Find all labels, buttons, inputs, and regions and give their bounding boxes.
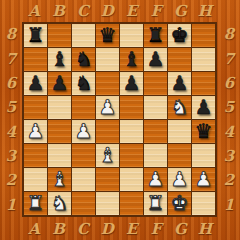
square-f6[interactable] [144,72,167,95]
file-label-bottom-c: C [71,217,95,240]
black-bishop[interactable]: ♝ [48,48,71,71]
rank-label-left-8: 8 [0,22,22,46]
square-g6[interactable]: ♟ [168,72,191,95]
square-b6[interactable]: ♟ [48,72,71,95]
square-e7[interactable]: ♝ [120,48,143,71]
square-e2[interactable] [120,168,143,191]
file-label-bottom-b: B [46,217,70,240]
square-c3[interactable] [72,144,95,167]
square-g5[interactable]: ♞ [168,96,191,119]
black-rook[interactable]: ♜ [144,24,167,47]
file-label-top-c: C [71,0,95,22]
square-g8[interactable]: ♚ [168,24,191,47]
square-d3[interactable]: ♝ [96,144,119,167]
square-f4[interactable] [144,120,167,143]
square-c1[interactable] [72,192,95,215]
file-label-top-b: B [46,0,70,22]
rank-labels-left: 87654321 [0,22,22,217]
file-label-bottom-e: E [120,217,144,240]
square-e8[interactable] [120,24,143,47]
square-b5[interactable] [48,96,71,119]
square-c8[interactable] [72,24,95,47]
square-h7[interactable] [192,48,215,71]
black-queen[interactable]: ♛ [192,120,215,143]
square-d1[interactable] [96,192,119,215]
square-h6[interactable] [192,72,215,95]
square-e5[interactable] [120,96,143,119]
square-h1[interactable] [192,192,215,215]
black-knight[interactable]: ♞ [72,72,95,95]
white-pawn[interactable]: ♟ [192,168,215,191]
square-b4[interactable] [48,120,71,143]
square-c2[interactable] [72,168,95,191]
black-queen[interactable]: ♛ [96,24,119,47]
square-a7[interactable] [24,48,47,71]
black-pawn[interactable]: ♟ [120,72,143,95]
file-label-bottom-a: A [22,217,46,240]
white-pawn[interactable]: ♟ [168,168,191,191]
black-pawn[interactable]: ♟ [24,72,47,95]
rank-label-right-6: 6 [218,71,240,95]
black-bishop[interactable]: ♝ [120,48,143,71]
file-label-bottom-h: H [193,217,217,240]
square-h5[interactable]: ♟ [192,96,215,119]
square-b8[interactable] [48,24,71,47]
rank-label-left-5: 5 [0,95,22,119]
rank-label-left-3: 3 [0,144,22,168]
square-h2[interactable]: ♟ [192,168,215,191]
rank-label-left-4: 4 [0,120,22,144]
file-label-top-a: A [22,0,46,22]
file-labels-top: ABCDEFGH [22,0,217,22]
rank-label-right-1: 1 [218,193,240,217]
square-g3[interactable] [168,144,191,167]
square-d2[interactable] [96,168,119,191]
black-king[interactable]: ♚ [168,24,191,47]
rank-label-right-8: 8 [218,22,240,46]
black-rook[interactable]: ♜ [24,24,47,47]
white-rook[interactable]: ♜ [24,192,47,215]
square-g4[interactable] [168,120,191,143]
square-e1[interactable] [120,192,143,215]
square-a8[interactable]: ♜ [24,24,47,47]
white-pawn[interactable]: ♟ [72,120,95,143]
square-f2[interactable]: ♟ [144,168,167,191]
square-c5[interactable] [72,96,95,119]
square-b7[interactable]: ♝ [48,48,71,71]
square-e3[interactable] [120,144,143,167]
square-h3[interactable] [192,144,215,167]
rank-label-left-1: 1 [0,193,22,217]
square-d6[interactable] [96,72,119,95]
white-knight[interactable]: ♞ [48,192,71,215]
square-g2[interactable]: ♟ [168,168,191,191]
square-a2[interactable] [24,168,47,191]
square-f7[interactable]: ♟ [144,48,167,71]
square-g7[interactable] [168,48,191,71]
square-f8[interactable]: ♜ [144,24,167,47]
rank-label-left-7: 7 [0,46,22,70]
square-c6[interactable]: ♞ [72,72,95,95]
file-label-top-g: G [168,0,192,22]
rank-labels-right: 87654321 [218,22,240,217]
square-b1[interactable]: ♞ [48,192,71,215]
square-d4[interactable] [96,120,119,143]
chess-board: ♜♛♜♚♝♞♝♟♟♟♞♟♟♟♞♟♟♟♛♝♝♟♟♟♜♞♜♚ [22,22,217,217]
black-knight[interactable]: ♞ [72,48,95,71]
file-label-top-f: F [144,0,168,22]
square-f5[interactable] [144,96,167,119]
square-f1[interactable]: ♜ [144,192,167,215]
rank-label-right-5: 5 [218,95,240,119]
white-bishop[interactable]: ♝ [48,168,71,191]
square-c7[interactable]: ♞ [72,48,95,71]
square-a3[interactable] [24,144,47,167]
square-b2[interactable]: ♝ [48,168,71,191]
square-b3[interactable] [48,144,71,167]
black-pawn[interactable]: ♟ [168,72,191,95]
black-pawn[interactable]: ♟ [144,48,167,71]
square-g1[interactable]: ♚ [168,192,191,215]
rank-label-right-7: 7 [218,46,240,70]
black-pawn[interactable]: ♟ [192,96,215,119]
rank-label-right-4: 4 [218,120,240,144]
file-label-bottom-d: D [95,217,119,240]
rank-label-left-6: 6 [0,71,22,95]
white-bishop[interactable]: ♝ [96,144,119,167]
file-label-top-d: D [95,0,119,22]
file-label-top-e: E [120,0,144,22]
square-d5[interactable]: ♟ [96,96,119,119]
file-labels-bottom: ABCDEFGH [22,217,217,240]
square-d8[interactable]: ♛ [96,24,119,47]
white-king[interactable]: ♚ [168,192,191,215]
rank-label-right-2: 2 [218,168,240,192]
rank-label-right-3: 3 [218,144,240,168]
file-label-top-h: H [193,0,217,22]
white-pawn[interactable]: ♟ [96,96,119,119]
white-pawn[interactable]: ♟ [144,168,167,191]
square-a1[interactable]: ♜ [24,192,47,215]
rank-label-left-2: 2 [0,168,22,192]
square-d7[interactable] [96,48,119,71]
square-a6[interactable]: ♟ [24,72,47,95]
square-e4[interactable] [120,120,143,143]
file-label-bottom-f: F [144,217,168,240]
square-a5[interactable] [24,96,47,119]
square-e6[interactable]: ♟ [120,72,143,95]
square-a4[interactable]: ♟ [24,120,47,143]
square-f3[interactable] [144,144,167,167]
square-h4[interactable]: ♛ [192,120,215,143]
white-pawn[interactable]: ♟ [24,120,47,143]
black-pawn[interactable]: ♟ [48,72,71,95]
square-c4[interactable]: ♟ [72,120,95,143]
white-knight[interactable]: ♞ [168,96,191,119]
white-rook[interactable]: ♜ [144,192,167,215]
file-label-bottom-g: G [168,217,192,240]
square-h8[interactable] [192,24,215,47]
